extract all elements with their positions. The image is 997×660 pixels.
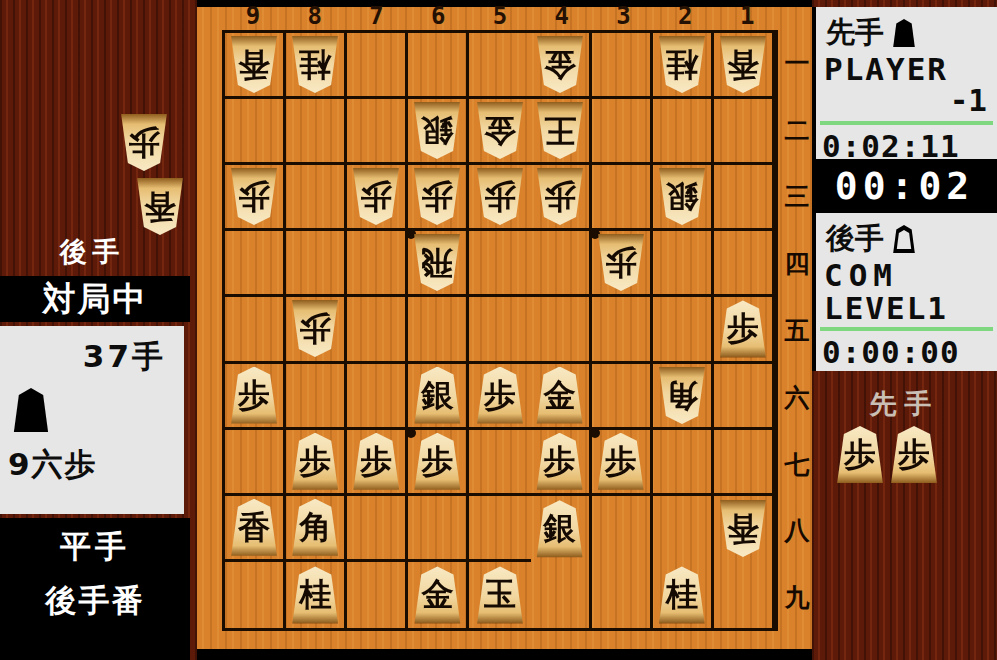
board-cell-9八[interactable]: 香 (225, 496, 286, 562)
file-label-8: 8 (284, 2, 346, 30)
move-counter: 37手 (0, 326, 184, 378)
piece-pawn-sente[interactable]: 歩 (717, 300, 769, 357)
gote-info-panel: 後手 COM LEVEL1 0:00:00 (812, 213, 997, 371)
board-cell-9一[interactable]: 香 (225, 33, 286, 99)
board-cell-2二[interactable] (653, 99, 714, 165)
board-cell-6二[interactable]: 銀 (408, 99, 469, 165)
piece-gold-gote[interactable]: 金 (534, 36, 586, 93)
piece-knight-gote[interactable]: 桂 (289, 36, 341, 93)
sente-piece-marker-icon (12, 388, 50, 432)
piece-pawn-gote[interactable]: 歩 (118, 114, 170, 171)
file-labels: 987654321 (222, 2, 778, 30)
board-cell-6三[interactable]: 歩 (408, 165, 469, 231)
piece-pawn-gote[interactable]: 歩 (474, 168, 526, 225)
rank-label: 八 (780, 497, 814, 564)
board-cell-4七[interactable]: 歩 (531, 430, 592, 496)
piece-silver-sente[interactable]: 銀 (411, 367, 463, 424)
file-label-3: 3 (593, 2, 655, 30)
board-cell-8二[interactable] (286, 99, 347, 165)
handicap-label: 平手 (0, 518, 190, 568)
board-cell-6七[interactable]: 歩 (408, 430, 469, 496)
sente-info-panel: 先手 PLAYER -1 0:02:11 (812, 7, 997, 159)
board-cell-7七[interactable]: 歩 (347, 430, 408, 496)
board-cell-9五[interactable] (225, 297, 286, 363)
board-cell-1四[interactable] (714, 231, 775, 297)
last-move-text: 9六歩 (8, 444, 184, 486)
board-cell-8七[interactable]: 歩 (286, 430, 347, 496)
piece-pawn-sente[interactable]: 歩 (350, 433, 402, 490)
current-move-timer: 00:02 (812, 159, 997, 213)
board-cell-4一[interactable]: 金 (531, 33, 592, 99)
board-cell-1九[interactable] (714, 562, 775, 628)
board-cell-5四[interactable] (469, 231, 530, 297)
board-cell-7四[interactable] (347, 231, 408, 297)
sente-underline (820, 121, 993, 125)
piece-silver-sente[interactable]: 銀 (534, 500, 586, 557)
piece-lance-gote[interactable]: 香 (717, 500, 769, 557)
board-cell-4八[interactable]: 銀 (531, 496, 592, 562)
board-cell-1五[interactable]: 歩 (714, 297, 775, 363)
piece-pawn-gote[interactable]: 歩 (595, 234, 647, 291)
piece-king-sente[interactable]: 玉 (474, 566, 526, 623)
board-cell-9三[interactable]: 歩 (225, 165, 286, 231)
piece-knight-sente[interactable]: 桂 (656, 566, 708, 623)
board-cell-3四[interactable]: 歩 (592, 231, 653, 297)
piece-pawn-sente[interactable]: 歩 (289, 433, 341, 490)
board-cell-6一[interactable] (408, 33, 469, 99)
board-cell-9九[interactable] (225, 562, 286, 628)
gote-underline (820, 327, 993, 331)
board-cell-7八[interactable] (347, 496, 408, 562)
piece-pawn-gote[interactable]: 歩 (228, 168, 280, 225)
board-cell-9四[interactable] (225, 231, 286, 297)
board-cell-2四[interactable] (653, 231, 714, 297)
board-cell-1七[interactable] (714, 430, 775, 496)
piece-pawn-sente[interactable]: 歩 (834, 426, 886, 483)
board-cell-5七[interactable] (469, 430, 530, 496)
board-cell-3六[interactable] (592, 364, 653, 430)
board-cell-3八[interactable] (592, 496, 653, 562)
board-cell-7六[interactable] (347, 364, 408, 430)
piece-rook-gote[interactable]: 飛 (411, 234, 463, 291)
game-status-banner: 対局中 (0, 276, 190, 322)
piece-lance-sente[interactable]: 香 (228, 499, 280, 556)
board-cell-1八[interactable]: 香 (714, 496, 775, 562)
piece-pawn-sente[interactable]: 歩 (228, 367, 280, 424)
piece-pawn-gote[interactable]: 歩 (411, 168, 463, 225)
board-cell-1二[interactable] (714, 99, 775, 165)
board-cell-6五[interactable] (408, 297, 469, 363)
piece-king-gote[interactable]: 王 (534, 102, 586, 159)
board-cell-7五[interactable] (347, 297, 408, 363)
piece-pawn-sente[interactable]: 歩 (595, 433, 647, 490)
clock-and-sente-panel: 先手 PLAYER -1 0:02:11 00:02 後手 COM LEVEL1… (812, 0, 997, 660)
piece-pawn-gote[interactable]: 歩 (534, 168, 586, 225)
piece-bishop-gote[interactable]: 角 (656, 367, 708, 424)
piece-pawn-gote[interactable]: 歩 (289, 300, 341, 357)
rank-label: 四 (780, 230, 814, 297)
board-cell-8三[interactable] (286, 165, 347, 231)
board-cell-2一[interactable]: 桂 (653, 33, 714, 99)
board-cell-2六[interactable]: 角 (653, 364, 714, 430)
gote-label: 後手 (0, 234, 185, 270)
shogi-board: 香桂金桂香銀金王歩歩歩歩歩銀飛歩歩歩歩銀歩金角歩歩歩歩歩香角銀香桂金玉桂 (222, 30, 778, 631)
board-cell-4二[interactable]: 王 (531, 99, 592, 165)
shogi-game-screen: 987654321 一二三四五六七八九 香桂金桂香銀金王歩歩歩歩歩銀飛歩歩歩歩銀… (0, 0, 997, 660)
rank-label: 六 (780, 364, 814, 431)
board-cell-8四[interactable] (286, 231, 347, 297)
file-label-1: 1 (716, 2, 778, 30)
board-cell-2八[interactable] (653, 496, 714, 562)
board-cell-9二[interactable] (225, 99, 286, 165)
board-cell-7二[interactable] (347, 99, 408, 165)
file-label-6: 6 (407, 2, 469, 30)
board-cell-6六[interactable]: 銀 (408, 364, 469, 430)
rank-label: 三 (780, 164, 814, 231)
move-info-panel: 37手 9六歩 (0, 326, 184, 514)
board-cell-3二[interactable] (592, 99, 653, 165)
board-cell-7一[interactable] (347, 33, 408, 99)
board-cell-2九[interactable]: 桂 (653, 562, 714, 628)
piece-pawn-sente[interactable]: 歩 (888, 426, 940, 483)
sente-hand-label: 先手 (812, 386, 997, 422)
board-cell-3一[interactable] (592, 33, 653, 99)
piece-gold-gote[interactable]: 金 (474, 102, 526, 159)
file-label-9: 9 (222, 2, 284, 30)
gote-side-panel: 歩香 後手 対局中 37手 9六歩 平手 後手番 (0, 0, 197, 660)
board-cell-5二[interactable]: 金 (469, 99, 530, 165)
board-cell-3九[interactable] (592, 562, 653, 628)
piece-pawn-sente[interactable]: 歩 (474, 367, 526, 424)
piece-gold-sente[interactable]: 金 (534, 367, 586, 424)
rank-label: 九 (780, 564, 814, 631)
board-cell-3七[interactable]: 歩 (592, 430, 653, 496)
board-cell-7三[interactable]: 歩 (347, 165, 408, 231)
board-cell-9六[interactable]: 歩 (225, 364, 286, 430)
piece-pawn-sente[interactable]: 歩 (411, 433, 463, 490)
piece-gold-sente[interactable]: 金 (411, 566, 463, 623)
board-cell-8六[interactable] (286, 364, 347, 430)
sente-piece-icon (892, 19, 916, 47)
board-cell-4五[interactable] (531, 297, 592, 363)
gote-total-time: 0:00:00 (816, 334, 997, 370)
board-cell-4四[interactable] (531, 231, 592, 297)
board-cell-2七[interactable] (653, 430, 714, 496)
rank-label: 二 (780, 97, 814, 164)
board-cell-8一[interactable]: 桂 (286, 33, 347, 99)
board-cell-1三[interactable] (714, 165, 775, 231)
board-cell-1六[interactable] (714, 364, 775, 430)
piece-bishop-sente[interactable]: 角 (289, 499, 341, 556)
board-cell-6四[interactable]: 飛 (408, 231, 469, 297)
gote-piece-icon (892, 225, 916, 253)
board-cell-5九[interactable]: 玉 (469, 562, 530, 628)
piece-lance-gote[interactable]: 香 (228, 36, 280, 93)
board-cell-4三[interactable]: 歩 (531, 165, 592, 231)
board-cell-8五[interactable]: 歩 (286, 297, 347, 363)
rank-label: 一 (780, 30, 814, 97)
board-cell-5三[interactable]: 歩 (469, 165, 530, 231)
board-cell-7九[interactable] (347, 562, 408, 628)
board-cell-3五[interactable] (592, 297, 653, 363)
piece-silver-gote[interactable]: 銀 (656, 168, 708, 225)
board-cell-1一[interactable]: 香 (714, 33, 775, 99)
sente-label: 先手 (826, 13, 884, 53)
board-cell-4九[interactable] (531, 562, 592, 628)
board-cell-6八[interactable] (408, 496, 469, 562)
board-cell-2五[interactable] (653, 297, 714, 363)
piece-knight-gote[interactable]: 桂 (656, 36, 708, 93)
piece-pawn-sente[interactable]: 歩 (534, 433, 586, 490)
board-cell-8九[interactable]: 桂 (286, 562, 347, 628)
board-cell-6九[interactable]: 金 (408, 562, 469, 628)
board-cell-5五[interactable] (469, 297, 530, 363)
piece-knight-sente[interactable]: 桂 (289, 566, 341, 623)
piece-lance-gote[interactable]: 香 (134, 178, 186, 235)
file-label-5: 5 (469, 2, 531, 30)
board-cell-3三[interactable] (592, 165, 653, 231)
rank-labels: 一二三四五六七八九 (780, 30, 814, 631)
gote-player-name: COM (816, 259, 997, 292)
board-cell-2三[interactable]: 銀 (653, 165, 714, 231)
piece-pawn-gote[interactable]: 歩 (350, 168, 402, 225)
piece-silver-gote[interactable]: 銀 (411, 102, 463, 159)
rank-label: 五 (780, 297, 814, 364)
board-cell-5六[interactable]: 歩 (469, 364, 530, 430)
board-cell-5一[interactable] (469, 33, 530, 99)
file-label-2: 2 (654, 2, 716, 30)
board-cell-9七[interactable] (225, 430, 286, 496)
turn-indicator: 後手番 (0, 580, 190, 622)
game-setup-block: 平手 後手番 (0, 518, 190, 660)
piece-lance-gote[interactable]: 香 (717, 36, 769, 93)
gote-player-level: LEVEL1 (816, 292, 997, 325)
file-label-4: 4 (531, 2, 593, 30)
board-cell-5八[interactable] (469, 496, 530, 562)
rank-label: 七 (780, 431, 814, 498)
board-cell-4六[interactable]: 金 (531, 364, 592, 430)
gote-label-right: 後手 (826, 219, 884, 259)
file-label-7: 7 (346, 2, 408, 30)
board-cell-8八[interactable]: 角 (286, 496, 347, 562)
